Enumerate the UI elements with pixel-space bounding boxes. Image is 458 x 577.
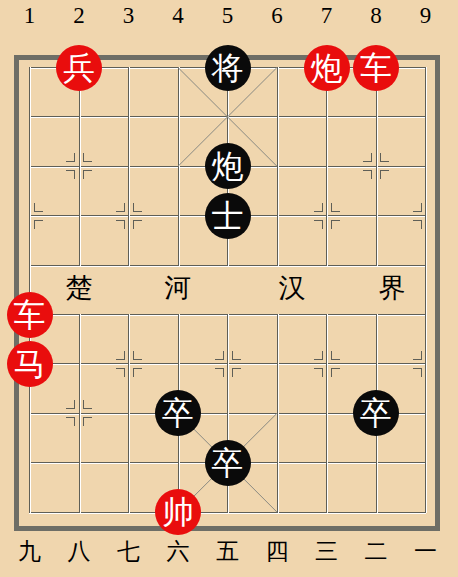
point-marker-bracket [331, 368, 340, 377]
grid-line-vertical [277, 67, 278, 266]
grid-line-vertical [425, 67, 426, 513]
piece-black-soldier[interactable]: 卒 [353, 390, 399, 436]
point-marker-bracket [133, 220, 142, 229]
file-label-top: 1 [24, 4, 36, 27]
point-marker-bracket [314, 203, 323, 212]
point-marker-bracket [331, 351, 340, 360]
grid-line-vertical [178, 67, 179, 266]
point-marker-bracket [232, 368, 241, 377]
piece-black-cannon[interactable]: 炮 [205, 143, 251, 189]
grid-line-vertical [79, 314, 80, 513]
file-label-top: 5 [222, 4, 234, 27]
file-label-bottom: 六 [167, 540, 190, 563]
piece-red-chariot[interactable]: 车 [353, 45, 399, 91]
grid-line-vertical [128, 67, 129, 266]
point-marker-bracket [83, 153, 92, 162]
file-label-bottom: 四 [266, 540, 289, 563]
piece-red-general[interactable]: 帅 [155, 489, 201, 535]
grid-line-vertical [128, 314, 129, 513]
file-label-top: 2 [73, 4, 85, 27]
river-character: 楚 [66, 275, 93, 302]
point-marker-bracket [314, 351, 323, 360]
point-marker-bracket [232, 351, 241, 360]
point-marker-bracket [413, 220, 422, 229]
file-label-bottom: 八 [68, 540, 91, 563]
piece-black-soldier[interactable]: 卒 [155, 390, 201, 436]
piece-black-soldier[interactable]: 卒 [205, 440, 251, 486]
file-label-bottom: 七 [117, 540, 140, 563]
piece-red-soldier[interactable]: 兵 [56, 45, 102, 91]
point-marker-bracket [83, 417, 92, 426]
file-label-top: 7 [321, 4, 333, 27]
point-marker-bracket [66, 170, 75, 179]
grid-line-vertical [376, 67, 377, 266]
river-character: 河 [165, 275, 192, 302]
point-marker-bracket [363, 153, 372, 162]
point-marker-bracket [66, 153, 75, 162]
point-marker-bracket [413, 351, 422, 360]
point-marker-bracket [83, 400, 92, 409]
grid-line-vertical [29, 67, 30, 513]
point-marker-bracket [413, 203, 422, 212]
file-label-top: 6 [271, 4, 283, 27]
piece-black-advisor[interactable]: 士 [205, 193, 251, 239]
point-marker-bracket [363, 170, 372, 179]
point-marker-bracket [116, 368, 125, 377]
point-marker-bracket [215, 351, 224, 360]
point-marker-bracket [66, 417, 75, 426]
river-character: 界 [379, 275, 406, 302]
point-marker-bracket [133, 368, 142, 377]
point-marker-bracket [34, 220, 43, 229]
file-label-bottom: 二 [365, 540, 388, 563]
point-marker-bracket [116, 203, 125, 212]
file-label-bottom: 五 [216, 540, 239, 563]
point-marker-bracket [83, 170, 92, 179]
point-marker-bracket [331, 203, 340, 212]
point-marker-bracket [133, 203, 142, 212]
file-label-top: 4 [172, 4, 184, 27]
file-label-bottom: 三 [315, 540, 338, 563]
point-marker-bracket [34, 203, 43, 212]
river-character: 汉 [279, 275, 306, 302]
point-marker-bracket [314, 368, 323, 377]
piece-red-cannon[interactable]: 炮 [304, 45, 350, 91]
piece-black-general[interactable]: 将 [205, 45, 251, 91]
grid-line-vertical [326, 314, 327, 513]
point-marker-bracket [380, 170, 389, 179]
point-marker-bracket [331, 220, 340, 229]
file-label-top: 9 [420, 4, 432, 27]
grid-line-vertical [326, 67, 327, 266]
point-marker-bracket [116, 351, 125, 360]
grid-line-vertical [79, 67, 80, 266]
grid-line-vertical [277, 314, 278, 513]
xiangqi-diagram: 123456789 楚河汉界 兵将炮车炮士车马卒卒卒帅 九八七六五四三二一 [0, 0, 458, 577]
point-marker-bracket [133, 351, 142, 360]
point-marker-bracket [116, 220, 125, 229]
point-marker-bracket [380, 153, 389, 162]
file-label-bottom: 一 [414, 540, 437, 563]
piece-red-horse[interactable]: 马 [7, 341, 53, 387]
file-label-top: 3 [123, 4, 135, 27]
file-label-top: 8 [370, 4, 382, 27]
file-label-bottom: 九 [18, 540, 41, 563]
piece-red-chariot[interactable]: 车 [7, 292, 53, 338]
point-marker-bracket [215, 368, 224, 377]
point-marker-bracket [66, 400, 75, 409]
point-marker-bracket [314, 220, 323, 229]
point-marker-bracket [413, 368, 422, 377]
